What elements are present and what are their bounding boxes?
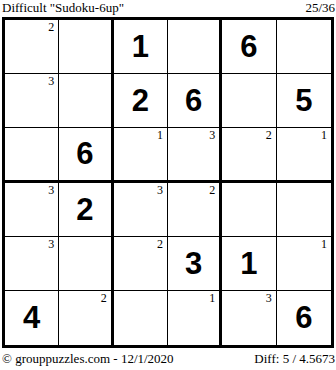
pencil-mark: 3 (48, 184, 54, 197)
cell-r6c1[interactable]: 4 (5, 291, 59, 345)
given-digit: 2 (76, 194, 93, 225)
cell-r1c6[interactable] (277, 20, 331, 74)
pencil-mark: 1 (209, 292, 215, 305)
cell-r2c3[interactable]: 2 (114, 74, 168, 128)
pencil-mark: 3 (48, 75, 54, 88)
pencil-mark: 2 (101, 292, 107, 305)
remaining-counter: 25/36 (305, 0, 335, 16)
cell-r1c4[interactable] (168, 20, 222, 74)
pencil-mark: 3 (157, 184, 163, 197)
cell-r2c4[interactable]: 6 (168, 74, 222, 128)
given-digit: 1 (240, 248, 257, 279)
pencil-mark: 3 (48, 238, 54, 251)
cell-r1c2[interactable] (59, 20, 113, 74)
cell-r4c2[interactable]: 2 (59, 183, 113, 237)
pencil-mark: 1 (157, 129, 163, 142)
pencil-mark: 2 (157, 238, 163, 251)
cell-r6c6[interactable]: 6 (277, 291, 331, 345)
given-digit: 6 (295, 302, 312, 333)
cell-r4c5[interactable] (222, 183, 276, 237)
cell-r6c2[interactable]: 2 (59, 291, 113, 345)
pencil-mark: 3 (266, 292, 272, 305)
cell-r3c6[interactable]: 1 (277, 128, 331, 182)
cell-r4c4[interactable]: 2 (168, 183, 222, 237)
cell-r5c4[interactable]: 3 (168, 237, 222, 291)
cell-r2c6[interactable]: 5 (277, 74, 331, 128)
cell-r4c3[interactable]: 3 (114, 183, 168, 237)
given-digit: 4 (23, 302, 40, 333)
pencil-mark: 2 (266, 129, 272, 142)
cell-r3c4[interactable]: 3 (168, 128, 222, 182)
copyright-text: © grouppuzzles.com - 12/1/2020 (2, 351, 174, 367)
pencil-mark: 2 (48, 21, 54, 34)
sudoku-grid: 21632656132132323231142136 (2, 17, 334, 348)
footer: © grouppuzzles.com - 12/1/2020 Diff: 5 /… (2, 351, 335, 367)
given-digit: 5 (295, 85, 312, 116)
cell-r3c2[interactable]: 6 (59, 128, 113, 182)
cell-r2c2[interactable] (59, 74, 113, 128)
difficulty-text: Diff: 5 / 4.5673 (254, 351, 335, 367)
cell-r6c3[interactable] (114, 291, 168, 345)
given-digit: 6 (76, 138, 93, 169)
puzzle-page: Difficult "Sudoku-6up" 25/36 21632656132… (0, 0, 336, 370)
cell-r2c5[interactable] (222, 74, 276, 128)
cell-r4c1[interactable]: 3 (5, 183, 59, 237)
given-digit: 6 (240, 31, 257, 62)
cell-r2c1[interactable]: 3 (5, 74, 59, 128)
cell-r3c5[interactable]: 2 (222, 128, 276, 182)
cell-r5c2[interactable] (59, 237, 113, 291)
cell-r5c1[interactable]: 3 (5, 237, 59, 291)
pencil-mark: 2 (209, 184, 215, 197)
cell-r4c6[interactable] (277, 183, 331, 237)
given-digit: 2 (132, 85, 149, 116)
given-digit: 1 (132, 31, 149, 62)
cell-r1c3[interactable]: 1 (114, 20, 168, 74)
cell-r6c4[interactable]: 1 (168, 291, 222, 345)
cell-r3c1[interactable] (5, 128, 59, 182)
cell-r5c5[interactable]: 1 (222, 237, 276, 291)
pencil-mark: 3 (209, 129, 215, 142)
pencil-mark: 1 (321, 129, 327, 142)
cell-r5c6[interactable]: 1 (277, 237, 331, 291)
cell-r1c1[interactable]: 2 (5, 20, 59, 74)
cell-r3c3[interactable]: 1 (114, 128, 168, 182)
given-digit: 3 (185, 248, 202, 279)
puzzle-title: Difficult "Sudoku-6up" (2, 0, 124, 16)
cell-r6c5[interactable]: 3 (222, 291, 276, 345)
pencil-mark: 1 (321, 238, 327, 251)
given-digit: 6 (185, 85, 202, 116)
cell-r1c5[interactable]: 6 (222, 20, 276, 74)
header: Difficult "Sudoku-6up" 25/36 (2, 0, 335, 16)
cell-r5c3[interactable]: 2 (114, 237, 168, 291)
